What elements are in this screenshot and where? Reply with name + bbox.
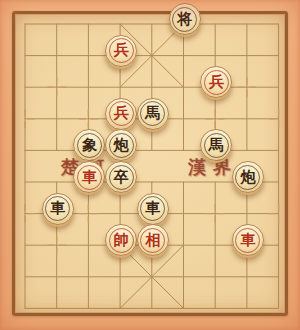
piece-black-horse[interactable]: 馬 (137, 98, 169, 130)
piece-black-chariot[interactable]: 車 (42, 193, 74, 225)
piece-black-chariot[interactable]: 車 (137, 193, 169, 225)
piece-red-chariot[interactable]: 車 (232, 224, 264, 256)
xiangqi-app-screen: 楚河 漢界 将兵兵兵馬象炮馬車卒炮車車帥相車 (0, 0, 300, 330)
piece-black-cannon[interactable]: 炮 (232, 161, 264, 193)
piece-red-elephant[interactable]: 相 (137, 224, 169, 256)
piece-black-soldier[interactable]: 卒 (105, 161, 137, 193)
piece-black-general[interactable]: 将 (169, 3, 201, 35)
piece-red-soldier[interactable]: 兵 (105, 35, 137, 67)
piece-red-soldier[interactable]: 兵 (105, 98, 137, 130)
